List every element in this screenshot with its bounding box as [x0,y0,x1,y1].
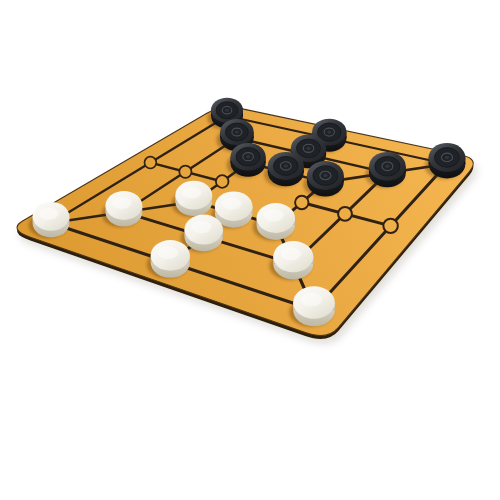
piece-highlight [222,197,242,209]
point-c4 [216,175,229,188]
piece-highlight [158,246,178,259]
point-e4 [295,196,308,209]
piece-center-dot [385,165,389,168]
piece-center-dot [225,109,229,112]
piece-highlight [264,209,284,222]
point-g4 [383,219,397,233]
piece-center-dot [246,155,250,158]
point-f4 [338,207,352,221]
piece-highlight [39,208,58,220]
nine-mens-morris-board [0,0,500,500]
piece-center-dot [327,131,331,134]
piece-center-dot [323,174,327,177]
piece-highlight [281,247,302,260]
point-b4 [179,166,191,178]
piece-center-dot [445,156,449,159]
piece-center-dot [284,164,288,167]
piece-highlight [191,221,211,234]
piece-highlight [112,197,131,209]
piece-center-dot [235,130,239,133]
piece-highlight [301,293,323,307]
piece-center-dot [306,147,310,150]
piece-highlight [182,187,201,199]
product-photo [0,0,500,500]
piece-white-a1 [29,202,70,238]
point-a4 [145,157,157,169]
